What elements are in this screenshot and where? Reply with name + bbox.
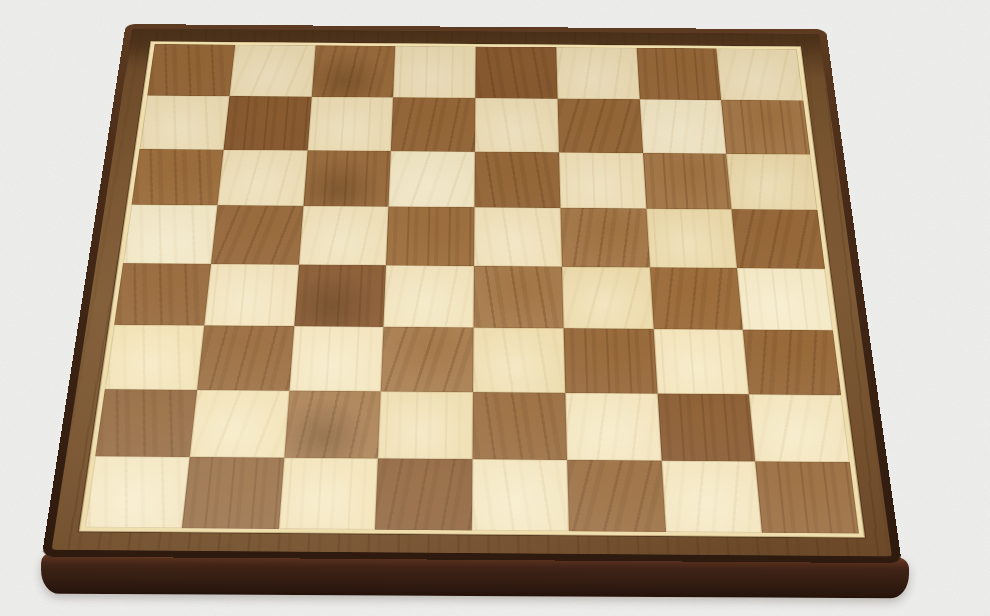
board-square-h6 xyxy=(726,153,817,210)
board-square-g8 xyxy=(636,48,721,100)
board-square-g5 xyxy=(646,209,737,268)
board-square-h1 xyxy=(756,462,859,534)
board-square-g2 xyxy=(657,393,755,461)
board-walnut-frame xyxy=(52,29,892,557)
board-square-h5 xyxy=(732,209,825,268)
board-square-d8 xyxy=(393,46,475,98)
board-square-e3 xyxy=(473,327,565,392)
board-square-c3 xyxy=(289,326,384,391)
board-square-c7 xyxy=(307,97,393,151)
board-square-c1 xyxy=(278,458,378,530)
board-square-a1 xyxy=(85,456,190,528)
board-square-g7 xyxy=(639,99,726,153)
board-square-f2 xyxy=(565,392,661,460)
board-square-a4 xyxy=(114,263,211,325)
board-square-h4 xyxy=(737,268,833,330)
board-square-b3 xyxy=(197,325,294,390)
board-square-f6 xyxy=(559,152,646,209)
board-square-e5 xyxy=(474,207,562,266)
board-square-e1 xyxy=(472,459,569,531)
board-square-f8 xyxy=(556,47,639,99)
board-square-b6 xyxy=(217,149,307,206)
board-square-f7 xyxy=(557,99,642,153)
board-square-a2 xyxy=(95,389,197,457)
board-square-b7 xyxy=(223,96,311,150)
board-square-d5 xyxy=(386,207,474,266)
board-square-h8 xyxy=(717,49,804,101)
board-square-c6 xyxy=(303,150,391,207)
board-square-f5 xyxy=(560,208,649,267)
board-square-g4 xyxy=(649,267,743,329)
board-square-a5 xyxy=(123,205,217,264)
board-square-b5 xyxy=(211,205,303,264)
board-square-a3 xyxy=(105,325,204,390)
board-square-c4 xyxy=(294,265,386,327)
board-square-b2 xyxy=(189,390,288,458)
board-square-e8 xyxy=(475,47,557,99)
board-square-d4 xyxy=(384,265,474,327)
chessboard xyxy=(42,24,902,563)
board-inner-border-line xyxy=(79,41,865,538)
board-square-b8 xyxy=(229,45,315,97)
board-square-d3 xyxy=(381,327,474,392)
board-square-c2 xyxy=(284,390,381,458)
board-square-d6 xyxy=(389,151,475,208)
board-square-a6 xyxy=(131,149,223,206)
board-square-b4 xyxy=(204,264,299,326)
board-square-d2 xyxy=(378,391,473,459)
board-square-h7 xyxy=(721,100,810,154)
board-square-g1 xyxy=(661,461,762,533)
board-squares-grid xyxy=(85,44,859,533)
board-square-c8 xyxy=(311,45,395,97)
board-square-f3 xyxy=(563,328,657,393)
board-square-f1 xyxy=(567,460,666,532)
board-square-h2 xyxy=(749,394,850,462)
photo-background xyxy=(0,0,990,616)
board-square-h3 xyxy=(743,330,841,395)
board-square-a7 xyxy=(140,95,230,149)
board-square-d1 xyxy=(375,459,472,531)
board-square-c5 xyxy=(299,206,389,265)
board-square-e4 xyxy=(474,266,564,328)
board-square-a8 xyxy=(147,44,235,96)
board-square-g6 xyxy=(643,153,732,210)
board-square-e6 xyxy=(474,151,560,208)
board-edge-rim xyxy=(42,24,902,563)
board-square-b1 xyxy=(182,457,284,529)
board-square-g3 xyxy=(653,329,749,394)
board-square-e2 xyxy=(472,392,566,460)
board-square-f4 xyxy=(562,267,653,329)
board-square-e7 xyxy=(475,98,559,152)
board-square-d7 xyxy=(391,97,475,151)
